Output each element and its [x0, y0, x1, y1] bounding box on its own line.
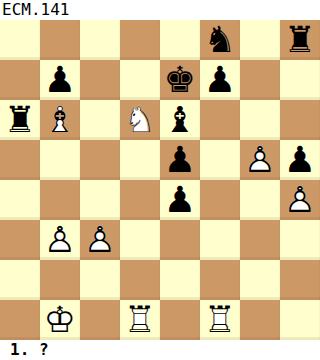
black-rook: ♜	[0, 100, 40, 140]
white-rook-fill: ♜	[120, 300, 160, 340]
square-a8[interactable]	[0, 20, 40, 60]
square-h4[interactable]: ♟♙	[280, 180, 320, 220]
white-bishop-fill: ♝	[40, 100, 80, 140]
black-bishop: ♝	[160, 100, 200, 140]
square-c7[interactable]	[80, 60, 120, 100]
white-pawn-fill: ♟	[240, 140, 280, 180]
white-pawn: ♙	[80, 220, 120, 260]
square-h3[interactable]	[280, 220, 320, 260]
white-knight-fill: ♞	[120, 100, 160, 140]
square-h8[interactable]: ♜	[280, 20, 320, 60]
square-f1[interactable]: ♜♖	[200, 300, 240, 340]
square-d7[interactable]	[120, 60, 160, 100]
white-rook: ♖	[200, 300, 240, 340]
square-f3[interactable]	[200, 220, 240, 260]
square-e7[interactable]: ♚	[160, 60, 200, 100]
square-d1[interactable]: ♜♖	[120, 300, 160, 340]
square-e1[interactable]	[160, 300, 200, 340]
square-a1[interactable]	[0, 300, 40, 340]
square-e3[interactable]	[160, 220, 200, 260]
square-a5[interactable]	[0, 140, 40, 180]
white-rook: ♖	[120, 300, 160, 340]
white-pawn: ♙	[40, 220, 80, 260]
square-c1[interactable]	[80, 300, 120, 340]
square-f2[interactable]	[200, 260, 240, 300]
white-pawn: ♙	[240, 140, 280, 180]
white-king: ♔	[40, 300, 80, 340]
square-b7[interactable]: ♟	[40, 60, 80, 100]
square-h2[interactable]	[280, 260, 320, 300]
square-d6[interactable]: ♞♘	[120, 100, 160, 140]
square-b3[interactable]: ♟♙	[40, 220, 80, 260]
move-prompt: 1. ?	[0, 340, 320, 360]
white-pawn-fill: ♟	[40, 220, 80, 260]
square-b1[interactable]: ♚♔	[40, 300, 80, 340]
square-g4[interactable]	[240, 180, 280, 220]
square-c5[interactable]	[80, 140, 120, 180]
square-e4[interactable]: ♟	[160, 180, 200, 220]
square-d8[interactable]	[120, 20, 160, 60]
square-f6[interactable]	[200, 100, 240, 140]
square-f5[interactable]	[200, 140, 240, 180]
square-g8[interactable]	[240, 20, 280, 60]
square-a6[interactable]: ♜	[0, 100, 40, 140]
white-bishop: ♗	[40, 100, 80, 140]
square-f4[interactable]	[200, 180, 240, 220]
square-b2[interactable]	[40, 260, 80, 300]
square-a7[interactable]	[0, 60, 40, 100]
black-knight: ♞	[200, 20, 240, 60]
square-h6[interactable]	[280, 100, 320, 140]
chess-program-window: ECM.141 ♞♜♟♚♟♜♝♗♞♘♝♟♟♙♟♟♟♙♟♙♟♙♚♔♜♖♜♖ 1. …	[0, 0, 320, 360]
position-title: ECM.141	[0, 0, 320, 20]
square-b4[interactable]	[40, 180, 80, 220]
square-c3[interactable]: ♟♙	[80, 220, 120, 260]
square-f7[interactable]: ♟	[200, 60, 240, 100]
square-g3[interactable]	[240, 220, 280, 260]
white-pawn-fill: ♟	[280, 180, 320, 220]
white-pawn-fill: ♟	[80, 220, 120, 260]
square-e6[interactable]: ♝	[160, 100, 200, 140]
square-g2[interactable]	[240, 260, 280, 300]
black-pawn: ♟	[160, 180, 200, 220]
square-g5[interactable]: ♟♙	[240, 140, 280, 180]
black-king: ♚	[160, 60, 200, 100]
square-c6[interactable]	[80, 100, 120, 140]
black-pawn: ♟	[160, 140, 200, 180]
chess-board: ♞♜♟♚♟♜♝♗♞♘♝♟♟♙♟♟♟♙♟♙♟♙♚♔♜♖♜♖	[0, 20, 320, 340]
square-c8[interactable]	[80, 20, 120, 60]
square-e5[interactable]: ♟	[160, 140, 200, 180]
square-f8[interactable]: ♞	[200, 20, 240, 60]
square-d4[interactable]	[120, 180, 160, 220]
square-e8[interactable]	[160, 20, 200, 60]
white-rook-fill: ♜	[200, 300, 240, 340]
black-pawn: ♟	[40, 60, 80, 100]
white-pawn: ♙	[280, 180, 320, 220]
square-d5[interactable]	[120, 140, 160, 180]
square-g6[interactable]	[240, 100, 280, 140]
square-b8[interactable]	[40, 20, 80, 60]
square-c2[interactable]	[80, 260, 120, 300]
square-a2[interactable]	[0, 260, 40, 300]
black-rook: ♜	[280, 20, 320, 60]
square-h5[interactable]: ♟	[280, 140, 320, 180]
square-h7[interactable]	[280, 60, 320, 100]
square-c4[interactable]	[80, 180, 120, 220]
square-d2[interactable]	[120, 260, 160, 300]
black-pawn: ♟	[280, 140, 320, 180]
white-knight: ♘	[120, 100, 160, 140]
square-a3[interactable]	[0, 220, 40, 260]
black-pawn: ♟	[200, 60, 240, 100]
square-h1[interactable]	[280, 300, 320, 340]
square-d3[interactable]	[120, 220, 160, 260]
square-g1[interactable]	[240, 300, 280, 340]
square-g7[interactable]	[240, 60, 280, 100]
square-e2[interactable]	[160, 260, 200, 300]
square-b5[interactable]	[40, 140, 80, 180]
white-king-fill: ♚	[40, 300, 80, 340]
square-a4[interactable]	[0, 180, 40, 220]
square-b6[interactable]: ♝♗	[40, 100, 80, 140]
